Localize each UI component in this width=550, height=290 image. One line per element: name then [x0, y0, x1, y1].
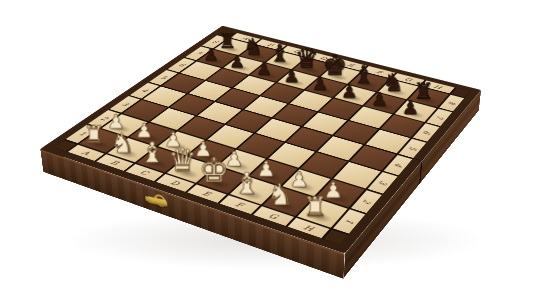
file-label-text: D	[169, 179, 182, 187]
piece-black-pawn-f7[interactable]: ♟	[341, 82, 358, 100]
file-label-text: E	[201, 190, 213, 198]
rank-label-text: 6	[177, 63, 186, 68]
piece-white-rook-a1[interactable]: ♜	[83, 123, 105, 147]
file-label-text: F	[234, 201, 246, 209]
brass-clasp	[145, 190, 173, 214]
rank-label-text: 3	[120, 102, 130, 107]
rank-label-text: 1	[343, 218, 357, 225]
piece-white-queen-d1[interactable]: ♛	[168, 145, 197, 177]
rank-label-text: 7	[434, 115, 446, 120]
piece-white-knight-b1[interactable]: ♞	[111, 130, 135, 157]
rank-label-text: 7	[194, 51, 203, 56]
piece-black-bishop-c8[interactable]: ♝	[269, 41, 290, 65]
rank-label-text: 2	[360, 198, 373, 205]
box-fold-gap	[419, 162, 422, 185]
file-label-text: G	[403, 77, 413, 82]
rank-label-text: 8	[446, 101, 457, 106]
piece-black-pawn-g7[interactable]: ♟	[371, 90, 388, 109]
board-frame: ABCDEFGH 87654321 ♜♞♝♛♚♝♞♜♟♟♟♟♟♟♟♟♟♟♟♟♟♟…	[54, 30, 470, 245]
file-label-text: B	[109, 159, 121, 166]
rank-label-1: 1	[333, 209, 366, 233]
piece-black-pawn-b7[interactable]: ♟	[229, 53, 245, 70]
piece-black-pawn-a7[interactable]: ♟	[203, 46, 218, 63]
piece-black-pawn-d7[interactable]: ♟	[284, 67, 300, 85]
piece-black-pawn-c7[interactable]: ♟	[256, 60, 272, 78]
rank-label-text: 5	[407, 146, 419, 152]
piece-white-king-e1[interactable]: ♚	[199, 154, 229, 188]
chess-set-photo: ABCDEFGH 87654321 ♜♞♝♛♚♝♞♜♟♟♟♟♟♟♟♟♟♟♟♟♟♟…	[0, 0, 550, 290]
rank-label-text: 6	[420, 130, 432, 135]
rank-label-text: 4	[140, 88, 150, 93]
piece-black-knight-b8[interactable]: ♞	[243, 36, 263, 58]
file-label-text: A	[80, 149, 92, 156]
file-label-text: C	[138, 169, 151, 176]
piece-black-pawn-h7[interactable]: ♟	[402, 98, 419, 117]
file-label-text: G	[267, 212, 280, 220]
piece-white-rook-h1[interactable]: ♜	[303, 194, 327, 221]
rank-label-text: 4	[392, 162, 404, 168]
rank-label-text: 3	[376, 180, 389, 186]
file-label-text: H	[302, 223, 316, 232]
rank-label-text: 5	[159, 75, 169, 80]
piece-white-bishop-c1[interactable]: ♝	[139, 138, 164, 166]
file-label-text: H	[433, 84, 444, 90]
piece-black-pawn-e7[interactable]: ♟	[312, 75, 328, 93]
piece-white-bishop-f1[interactable]: ♝	[233, 168, 260, 198]
piece-white-knight-g1[interactable]: ♞	[267, 180, 293, 209]
piece-black-rook-a8[interactable]: ♜	[218, 31, 236, 51]
